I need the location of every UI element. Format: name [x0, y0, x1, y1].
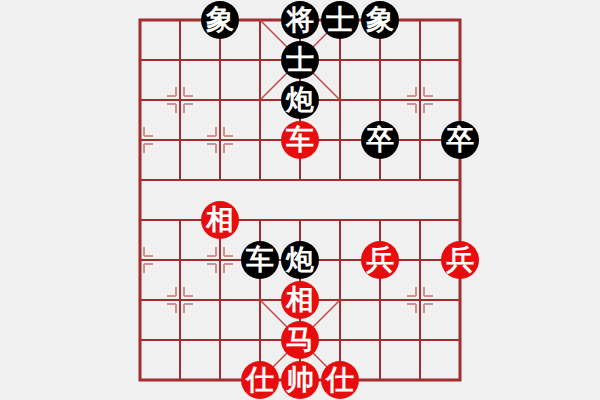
piece-black-advisor[interactable]: 士: [281, 41, 319, 79]
piece-black-soldier[interactable]: 卒: [361, 121, 399, 159]
piece-red-chariot[interactable]: 车: [281, 121, 319, 159]
piece-black-general[interactable]: 将: [281, 1, 319, 39]
piece-red-soldier[interactable]: 兵: [361, 241, 399, 279]
piece-black-cannon[interactable]: 炮: [281, 241, 319, 279]
piece-red-soldier[interactable]: 兵: [441, 241, 479, 279]
piece-red-horse[interactable]: 马: [281, 321, 319, 359]
piece-black-cannon[interactable]: 炮: [281, 81, 319, 119]
piece-black-chariot[interactable]: 车: [241, 241, 279, 279]
piece-black-soldier[interactable]: 卒: [441, 121, 479, 159]
piece-red-general[interactable]: 帅: [281, 361, 319, 399]
piece-red-advisor[interactable]: 仕: [241, 361, 279, 399]
piece-layer: 象将士象士炮车卒卒相车炮兵兵相马仕帅仕: [120, 0, 480, 400]
piece-black-advisor[interactable]: 士: [321, 1, 359, 39]
piece-red-elephant[interactable]: 相: [201, 201, 239, 239]
piece-red-advisor[interactable]: 仕: [321, 361, 359, 399]
piece-red-elephant[interactable]: 相: [281, 281, 319, 319]
piece-black-elephant[interactable]: 象: [201, 1, 239, 39]
piece-black-elephant[interactable]: 象: [361, 1, 399, 39]
xiangqi-board: 象将士象士炮车卒卒相车炮兵兵相马仕帅仕: [0, 0, 600, 400]
